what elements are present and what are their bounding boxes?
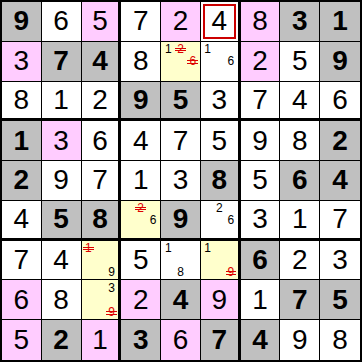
cell-r8c7[interactable]: 1 bbox=[241, 280, 281, 320]
cell-r6c4[interactable]: 26 bbox=[121, 201, 161, 241]
cell-r3c3[interactable]: 2 bbox=[82, 82, 122, 122]
entered-digit: 9 bbox=[252, 127, 268, 155]
entered-digit: 3 bbox=[173, 166, 189, 194]
given-digit: 7 bbox=[211, 326, 227, 354]
entered-digit: 5 bbox=[292, 47, 308, 75]
entered-digit: 8 bbox=[332, 326, 348, 354]
cell-r1c5[interactable]: 2 bbox=[161, 2, 201, 42]
given-digit: 4 bbox=[92, 47, 108, 75]
given-digit: 9 bbox=[133, 86, 149, 114]
given-digit: 3 bbox=[133, 326, 149, 354]
cell-r4c1[interactable]: 1 bbox=[2, 121, 42, 161]
pencil-mark-1: 1 bbox=[162, 242, 174, 254]
entered-digit: 4 bbox=[133, 127, 149, 155]
pencil-mark-9-struck: 9 bbox=[225, 266, 237, 278]
cell-r7c6[interactable]: 19 bbox=[201, 241, 241, 281]
cell-r5c9[interactable]: 4 bbox=[320, 161, 360, 201]
cell-r6c1[interactable]: 4 bbox=[2, 201, 42, 241]
cell-r8c6[interactable]: 9 bbox=[201, 280, 241, 320]
cell-r7c3[interactable]: 19 bbox=[82, 241, 122, 281]
pencil-mark-8: 8 bbox=[174, 266, 186, 278]
pencil-marks: 126 bbox=[162, 43, 199, 80]
cell-r5c7[interactable]: 5 bbox=[241, 161, 281, 201]
entered-digit: 7 bbox=[173, 127, 189, 155]
pencil-mark-2-struck: 2 bbox=[174, 43, 186, 55]
entered-digit: 5 bbox=[133, 246, 149, 274]
sudoku-board: 9657248313748126162598129537461364759822… bbox=[0, 0, 362, 362]
cell-r3c1[interactable]: 8 bbox=[2, 82, 42, 122]
cell-r3c5[interactable]: 5 bbox=[161, 82, 201, 122]
given-digit: 6 bbox=[252, 246, 268, 274]
cell-r2c6[interactable]: 16 bbox=[201, 42, 241, 82]
cell-r4c9[interactable]: 2 bbox=[320, 121, 360, 161]
cell-r5c2[interactable]: 9 bbox=[42, 161, 82, 201]
pencil-mark-6: 6 bbox=[225, 214, 237, 226]
pencil-marks: 39 bbox=[83, 281, 118, 318]
entered-digit: 1 bbox=[53, 86, 69, 114]
pencil-marks: 19 bbox=[83, 242, 118, 279]
given-digit: 9 bbox=[332, 47, 348, 75]
cell-r2c8[interactable]: 5 bbox=[280, 42, 320, 82]
cell-r9c7[interactable]: 4 bbox=[241, 320, 281, 360]
given-digit: 2 bbox=[332, 127, 348, 155]
pencil-mark-9-struck: 9 bbox=[106, 306, 118, 318]
cell-r3c2[interactable]: 1 bbox=[42, 82, 82, 122]
given-digit: 2 bbox=[14, 166, 30, 194]
pencil-mark-1: 1 bbox=[202, 242, 214, 254]
entered-digit: 8 bbox=[133, 47, 149, 75]
given-digit: 4 bbox=[173, 286, 189, 314]
entered-digit: 6 bbox=[92, 127, 108, 155]
cell-r7c2[interactable]: 4 bbox=[42, 241, 82, 281]
cell-r8c8[interactable]: 7 bbox=[280, 280, 320, 320]
cell-r8c2[interactable]: 8 bbox=[42, 280, 82, 320]
cell-r4c4[interactable]: 4 bbox=[121, 121, 161, 161]
pencil-marks: 19 bbox=[202, 242, 237, 279]
pencil-marks: 18 bbox=[162, 242, 199, 279]
entered-digit: 3 bbox=[53, 127, 69, 155]
cell-r3c9[interactable]: 6 bbox=[320, 82, 360, 122]
entered-digit: 8 bbox=[292, 127, 308, 155]
cell-r1c2[interactable]: 6 bbox=[42, 2, 82, 42]
entered-digit: 6 bbox=[53, 7, 69, 35]
pencil-mark-2-struck: 2 bbox=[135, 202, 147, 214]
entered-digit: 6 bbox=[332, 86, 348, 114]
entered-digit: 9 bbox=[211, 286, 227, 314]
given-digit: 8 bbox=[92, 205, 108, 233]
cell-r1c3[interactable]: 5 bbox=[82, 2, 122, 42]
entered-digit: 2 bbox=[292, 246, 308, 274]
entered-digit: 8 bbox=[252, 7, 268, 35]
entered-digit: 3 bbox=[332, 246, 348, 274]
given-digit: 4 bbox=[332, 166, 348, 194]
cell-r8c5[interactable]: 4 bbox=[161, 280, 201, 320]
entered-digit: 5 bbox=[211, 127, 227, 155]
cell-r1c9[interactable]: 1 bbox=[320, 2, 360, 42]
cell-r8c4[interactable]: 2 bbox=[121, 280, 161, 320]
cell-r2c9[interactable]: 9 bbox=[320, 42, 360, 82]
given-digit: 2 bbox=[53, 326, 69, 354]
cell-r7c9[interactable]: 3 bbox=[320, 241, 360, 281]
cell-r4c8[interactable]: 8 bbox=[280, 121, 320, 161]
pencil-marks: 26 bbox=[202, 202, 237, 237]
cell-r8c3[interactable]: 39 bbox=[82, 280, 122, 320]
cell-r7c8[interactable]: 2 bbox=[280, 241, 320, 281]
pencil-mark-3: 3 bbox=[106, 281, 118, 293]
cell-r6c7[interactable]: 3 bbox=[241, 201, 281, 241]
cell-r7c1[interactable]: 7 bbox=[2, 241, 42, 281]
cell-r3c7[interactable]: 7 bbox=[241, 82, 281, 122]
cell-r2c2[interactable]: 7 bbox=[42, 42, 82, 82]
pencil-mark-6-struck: 6 bbox=[187, 55, 199, 67]
cell-r9c5[interactable]: 6 bbox=[161, 320, 201, 360]
cell-r8c1[interactable]: 6 bbox=[2, 280, 42, 320]
entered-digit: 4 bbox=[211, 7, 227, 35]
cell-r5c1[interactable]: 2 bbox=[2, 161, 42, 201]
cell-r2c1[interactable]: 3 bbox=[2, 42, 42, 82]
entered-digit: 7 bbox=[92, 166, 108, 194]
entered-digit: 2 bbox=[173, 7, 189, 35]
entered-digit: 1 bbox=[292, 205, 308, 233]
cell-r6c3[interactable]: 8 bbox=[82, 201, 122, 241]
cell-r6c9[interactable]: 7 bbox=[320, 201, 360, 241]
cell-r4c7[interactable]: 9 bbox=[241, 121, 281, 161]
cell-r9c1[interactable]: 5 bbox=[2, 320, 42, 360]
cell-r9c6[interactable]: 7 bbox=[201, 320, 241, 360]
given-digit: 4 bbox=[252, 326, 268, 354]
given-digit: 1 bbox=[332, 7, 348, 35]
entered-digit: 3 bbox=[211, 86, 227, 114]
cell-r2c3[interactable]: 4 bbox=[82, 42, 122, 82]
entered-digit: 8 bbox=[53, 286, 69, 314]
given-digit: 9 bbox=[14, 7, 30, 35]
cell-r9c8[interactable]: 9 bbox=[280, 320, 320, 360]
cell-r4c5[interactable]: 7 bbox=[161, 121, 201, 161]
entered-digit: 1 bbox=[133, 166, 149, 194]
given-digit: 1 bbox=[14, 127, 30, 155]
cell-r7c4[interactable]: 5 bbox=[121, 241, 161, 281]
cell-r9c9[interactable]: 8 bbox=[320, 320, 360, 360]
entered-digit: 7 bbox=[14, 246, 30, 274]
pencil-mark-1-struck: 1 bbox=[83, 242, 95, 254]
cell-r3c8[interactable]: 4 bbox=[280, 82, 320, 122]
cell-r5c4[interactable]: 1 bbox=[121, 161, 161, 201]
given-digit: 5 bbox=[53, 205, 69, 233]
pencil-mark-9: 9 bbox=[106, 266, 118, 278]
cell-r1c1[interactable]: 9 bbox=[2, 2, 42, 42]
cell-r3c4[interactable]: 9 bbox=[121, 82, 161, 122]
entered-digit: 7 bbox=[133, 7, 149, 35]
cell-r9c4[interactable]: 3 bbox=[121, 320, 161, 360]
cell-r6c6[interactable]: 26 bbox=[201, 201, 241, 241]
given-digit: 3 bbox=[292, 7, 308, 35]
cell-r5c5[interactable]: 3 bbox=[161, 161, 201, 201]
entered-digit: 4 bbox=[292, 86, 308, 114]
cell-r1c8[interactable]: 3 bbox=[280, 2, 320, 42]
cell-r2c7[interactable]: 2 bbox=[241, 42, 281, 82]
entered-digit: 2 bbox=[92, 86, 108, 114]
entered-digit: 7 bbox=[332, 205, 348, 233]
cell-r5c3[interactable]: 7 bbox=[82, 161, 122, 201]
given-digit: 9 bbox=[173, 205, 189, 233]
cell-r9c3[interactable]: 1 bbox=[82, 320, 122, 360]
pencil-marks: 26 bbox=[122, 202, 159, 237]
given-digit: 5 bbox=[332, 286, 348, 314]
cell-r1c4[interactable]: 7 bbox=[121, 2, 161, 42]
entered-digit: 5 bbox=[14, 326, 30, 354]
entered-digit: 4 bbox=[14, 205, 30, 233]
cell-r3c6[interactable]: 3 bbox=[201, 82, 241, 122]
cell-r6c2[interactable]: 5 bbox=[42, 201, 82, 241]
cell-r1c7[interactable]: 8 bbox=[241, 2, 281, 42]
cell-r7c7[interactable]: 6 bbox=[241, 241, 281, 281]
entered-digit: 7 bbox=[252, 86, 268, 114]
entered-digit: 1 bbox=[92, 326, 108, 354]
entered-digit: 9 bbox=[292, 326, 308, 354]
given-digit: 6 bbox=[292, 166, 308, 194]
entered-digit: 5 bbox=[92, 7, 108, 35]
pencil-mark-1: 1 bbox=[162, 43, 174, 55]
cell-r5c8[interactable]: 6 bbox=[280, 161, 320, 201]
entered-digit: 5 bbox=[252, 166, 268, 194]
cell-r2c4[interactable]: 8 bbox=[121, 42, 161, 82]
given-digit: 8 bbox=[211, 166, 227, 194]
cell-r5c6[interactable]: 8 bbox=[201, 161, 241, 201]
pencil-mark-6: 6 bbox=[147, 214, 159, 226]
cell-r4c6[interactable]: 5 bbox=[201, 121, 241, 161]
cell-r2c5[interactable]: 126 bbox=[161, 42, 201, 82]
given-digit: 5 bbox=[173, 86, 189, 114]
entered-digit: 3 bbox=[14, 47, 30, 75]
entered-digit: 2 bbox=[252, 47, 268, 75]
cell-r9c2[interactable]: 2 bbox=[42, 320, 82, 360]
entered-digit: 9 bbox=[53, 166, 69, 194]
entered-digit: 6 bbox=[173, 326, 189, 354]
pencil-marks: 16 bbox=[202, 43, 237, 80]
cell-r6c8[interactable]: 1 bbox=[280, 201, 320, 241]
entered-digit: 4 bbox=[53, 246, 69, 274]
given-digit: 7 bbox=[292, 286, 308, 314]
cell-r6c5[interactable]: 9 bbox=[161, 201, 201, 241]
pencil-mark-6: 6 bbox=[225, 55, 237, 67]
entered-digit: 3 bbox=[252, 205, 268, 233]
pencil-mark-1: 1 bbox=[202, 43, 214, 55]
cell-r4c3[interactable]: 6 bbox=[82, 121, 122, 161]
cell-r4c2[interactable]: 3 bbox=[42, 121, 82, 161]
entered-digit: 6 bbox=[14, 286, 30, 314]
entered-digit: 2 bbox=[133, 286, 149, 314]
entered-digit: 8 bbox=[14, 86, 30, 114]
cell-r8c9[interactable]: 5 bbox=[320, 280, 360, 320]
pencil-mark-2: 2 bbox=[213, 202, 225, 214]
entered-digit: 1 bbox=[252, 286, 268, 314]
cell-r1c6[interactable]: 4 bbox=[201, 2, 241, 42]
given-digit: 7 bbox=[53, 47, 69, 75]
cell-r7c5[interactable]: 18 bbox=[161, 241, 201, 281]
